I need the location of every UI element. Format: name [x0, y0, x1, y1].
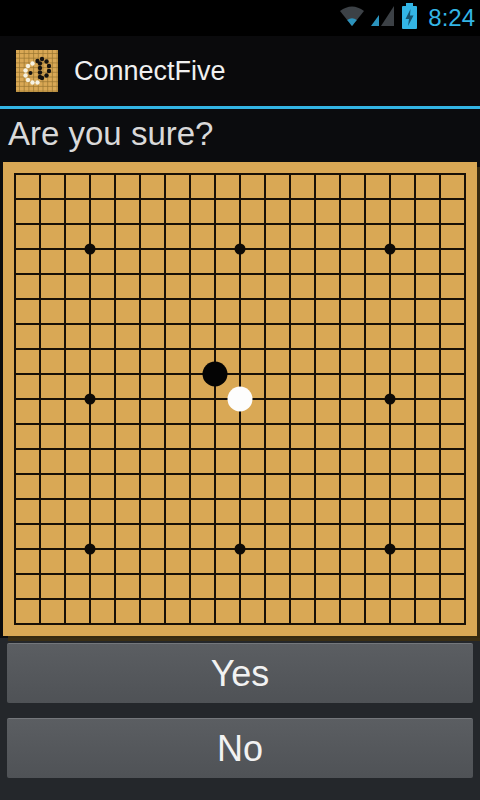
grid-line-h — [14, 523, 466, 525]
go-board[interactable] — [3, 162, 477, 636]
grid-line-h — [14, 573, 466, 575]
stone-white — [228, 387, 253, 412]
dialog-buttons: Yes No — [0, 638, 480, 800]
status-clock: 8:24 — [428, 0, 475, 36]
app-title: ConnectFive — [74, 56, 226, 87]
grid-line-v — [289, 173, 291, 625]
battery-charging-icon — [401, 3, 418, 34]
grid-line-v — [464, 173, 466, 625]
grid-line-v — [414, 173, 416, 625]
grid-line-v — [314, 173, 316, 625]
stone-black — [203, 362, 228, 387]
grid-line-h — [14, 598, 466, 600]
no-button[interactable]: No — [7, 718, 473, 778]
star-point — [85, 244, 96, 255]
star-point — [385, 544, 396, 555]
star-point — [85, 544, 96, 555]
title-bar: ConnectFive — [0, 36, 480, 106]
grid-line-h — [14, 498, 466, 500]
grid-line-h — [14, 473, 466, 475]
star-point — [385, 394, 396, 405]
wifi-icon — [339, 5, 365, 31]
app-icon — [16, 50, 58, 92]
star-point — [85, 394, 96, 405]
yes-button[interactable]: Yes — [7, 643, 473, 703]
grid-line-v — [364, 173, 366, 625]
star-point — [235, 544, 246, 555]
grid-line-v — [339, 173, 341, 625]
grid-line-h — [14, 448, 466, 450]
signal-strength-icon — [371, 5, 395, 31]
board-area — [0, 162, 480, 638]
star-point — [235, 244, 246, 255]
status-bar: 8:24 — [0, 0, 480, 36]
grid-line-v — [264, 173, 266, 625]
app-screen: 8:24 — [0, 0, 480, 800]
grid-line-h — [14, 423, 466, 425]
confirm-question-text: Are you sure? — [0, 109, 480, 162]
grid-line-v — [439, 173, 441, 625]
star-point — [385, 244, 396, 255]
grid-line-h — [14, 623, 466, 625]
